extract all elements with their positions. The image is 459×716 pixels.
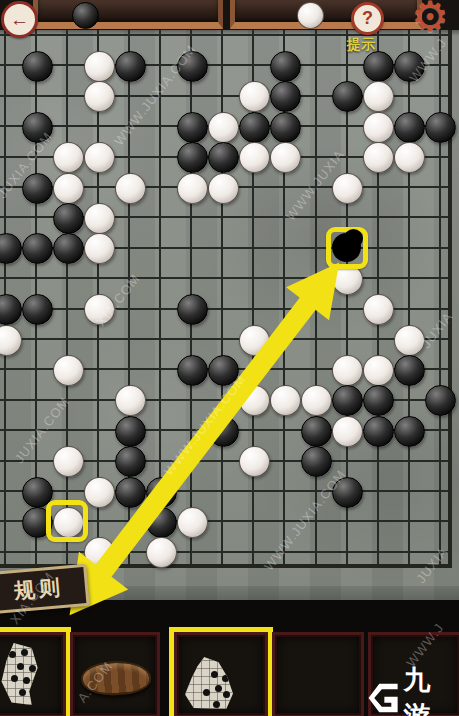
black-stone <box>177 294 208 325</box>
black-stone <box>177 112 208 143</box>
gear-icon: ⚙ <box>411 0 449 41</box>
9game-logo-icon <box>366 681 398 715</box>
black-stone <box>22 51 53 82</box>
white-stone <box>332 173 363 204</box>
white-stone <box>208 112 239 143</box>
white-stone <box>84 203 115 234</box>
white-stone <box>270 385 301 416</box>
help-button[interactable]: ? <box>351 2 384 35</box>
grid-line-horizontal <box>0 277 449 279</box>
tray-white-stone <box>297 2 324 29</box>
grid-line-vertical <box>408 30 410 564</box>
black-stone <box>177 142 208 173</box>
black-stone <box>394 355 425 386</box>
grid-line-horizontal <box>0 551 449 553</box>
settings-button[interactable]: ⚙ <box>406 0 454 40</box>
white-stone <box>177 173 208 204</box>
black-stone <box>239 112 270 143</box>
white-stone <box>394 325 425 356</box>
white-stone <box>115 385 146 416</box>
white-stone <box>332 355 363 386</box>
white-stone <box>239 446 270 477</box>
black-stone <box>363 385 394 416</box>
white-stone <box>363 355 394 386</box>
top-bar <box>0 0 459 30</box>
white-stone <box>270 142 301 173</box>
publisher-logo: 九游 <box>366 662 459 716</box>
black-stone <box>425 112 456 143</box>
fragment-stone-dots <box>211 671 218 678</box>
white-stone <box>0 325 22 356</box>
highlight-box <box>46 500 88 542</box>
grid-line-horizontal <box>0 490 449 492</box>
publisher-logo-text: 九游 <box>404 662 459 716</box>
white-stone-tray <box>230 0 422 29</box>
black-stone <box>301 416 332 447</box>
white-stone <box>363 81 394 112</box>
inventory-slot-1-go-board-fragment[interactable] <box>0 632 66 716</box>
black-stone <box>53 233 84 264</box>
inventory-slot-3-go-board-fragment[interactable] <box>174 632 268 716</box>
go-board[interactable] <box>0 28 459 628</box>
black-stone <box>208 142 239 173</box>
go-board-fragment-item <box>185 657 233 709</box>
grid-line-vertical <box>439 30 441 564</box>
game-screen: ← ? ⚙ 提示 规则 九游 WWW.JUXIA.COMWWW.JJUXIA.C… <box>0 0 459 716</box>
black-stone <box>22 294 53 325</box>
black-stone <box>22 173 53 204</box>
black-stone <box>270 112 301 143</box>
white-stone <box>177 507 208 538</box>
black-stone <box>363 416 394 447</box>
white-stone <box>84 233 115 264</box>
black-stone <box>394 51 425 82</box>
white-stone <box>239 142 270 173</box>
black-stone <box>363 51 394 82</box>
black-stone <box>332 81 363 112</box>
tray-black-stone <box>72 2 99 29</box>
back-arrow-icon: ← <box>10 9 29 31</box>
white-stone <box>84 81 115 112</box>
black-stone <box>394 112 425 143</box>
white-stone <box>394 142 425 173</box>
black-stone <box>22 112 53 143</box>
inventory-slot-4-empty[interactable] <box>272 632 364 716</box>
white-stone <box>301 385 332 416</box>
black-stone-tray <box>33 0 223 29</box>
white-stone <box>53 446 84 477</box>
grid-line-vertical <box>66 30 68 564</box>
white-stone <box>208 173 239 204</box>
white-stone <box>363 294 394 325</box>
grid-line-vertical <box>221 30 223 564</box>
black-stone <box>115 416 146 447</box>
board-right-border <box>448 28 452 568</box>
white-stone <box>84 142 115 173</box>
rules-label: 规则 <box>13 573 65 605</box>
white-stone <box>53 355 84 386</box>
grid-line-horizontal <box>0 34 449 36</box>
fragment-stone-dots <box>21 649 28 656</box>
white-stone <box>146 537 177 568</box>
white-stone <box>84 51 115 82</box>
back-button[interactable]: ← <box>1 1 38 38</box>
white-stone <box>53 173 84 204</box>
black-stone <box>301 446 332 477</box>
grid-line-horizontal <box>0 338 449 340</box>
black-stone <box>115 446 146 477</box>
wood-log-item <box>80 659 152 698</box>
black-stone <box>115 51 146 82</box>
white-stone <box>332 416 363 447</box>
go-board-fragment-item <box>0 643 41 705</box>
white-stone <box>53 142 84 173</box>
white-stone <box>363 142 394 173</box>
black-stone <box>394 416 425 447</box>
white-stone <box>239 81 270 112</box>
question-mark-icon: ? <box>362 8 373 29</box>
inventory-slot-2-wood-log[interactable] <box>70 632 160 716</box>
white-stone <box>84 294 115 325</box>
black-stone <box>270 51 301 82</box>
black-stone <box>177 51 208 82</box>
black-stone <box>332 385 363 416</box>
black-stone <box>22 233 53 264</box>
black-stone <box>0 294 22 325</box>
black-stone <box>115 477 146 508</box>
black-stone <box>53 203 84 234</box>
black-stone <box>332 477 363 508</box>
white-stone <box>363 112 394 143</box>
black-stone <box>270 81 301 112</box>
rules-button[interactable]: 规则 <box>0 564 90 614</box>
white-stone <box>115 173 146 204</box>
hint-label[interactable]: 提示 <box>347 36 375 54</box>
black-stone <box>177 355 208 386</box>
black-stone <box>0 233 22 264</box>
white-stone <box>84 477 115 508</box>
